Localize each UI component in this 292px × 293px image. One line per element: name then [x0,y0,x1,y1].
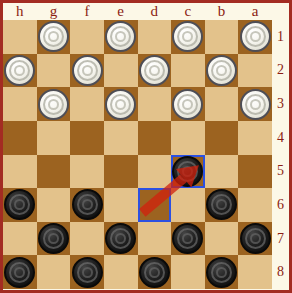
black-man-g7[interactable] [38,223,69,254]
rank-label-2: 2 [272,54,289,88]
rank-label-8: 8 [272,255,289,289]
file-label-d: d [138,3,172,20]
square-a2[interactable] [238,54,272,88]
black-man-f6[interactable] [72,189,103,220]
square-d2[interactable] [138,54,172,88]
square-d5[interactable] [138,155,172,189]
black-man-f8[interactable] [72,257,103,288]
file-labels: hgfedcba [3,3,272,20]
white-man-c3[interactable] [172,89,203,120]
rank-label-1: 1 [272,20,289,54]
square-b5[interactable] [205,155,239,189]
square-f3[interactable] [70,87,104,121]
square-c7[interactable] [171,222,205,256]
black-man-b6[interactable] [206,189,237,220]
square-d6[interactable] [138,188,172,222]
square-b1[interactable] [205,20,239,54]
square-f5[interactable] [70,155,104,189]
square-a3[interactable] [238,87,272,121]
square-h3[interactable] [3,87,37,121]
black-man-c5[interactable] [172,156,203,187]
white-man-b2[interactable] [206,55,237,86]
file-label-a: a [238,3,272,20]
black-man-h8[interactable] [4,257,35,288]
square-e7[interactable] [104,222,138,256]
square-d3[interactable] [138,87,172,121]
file-label-b: b [205,3,239,20]
rank-labels: 12345678 [272,20,289,289]
white-man-d2[interactable] [139,55,170,86]
square-g3[interactable] [37,87,71,121]
square-c8[interactable] [171,255,205,289]
square-h2[interactable] [3,54,37,88]
square-g7[interactable] [37,222,71,256]
square-a1[interactable] [238,20,272,54]
square-h8[interactable] [3,255,37,289]
square-a8[interactable] [238,255,272,289]
black-man-c7[interactable] [172,223,203,254]
checkers-board-frame: hgfedcba 12345678 [0,0,292,293]
square-e3[interactable] [104,87,138,121]
square-g8[interactable] [37,255,71,289]
square-g2[interactable] [37,54,71,88]
square-h7[interactable] [3,222,37,256]
square-c2[interactable] [171,54,205,88]
square-b6[interactable] [205,188,239,222]
black-man-e7[interactable] [105,223,136,254]
square-c5[interactable] [171,155,205,189]
file-label-e: e [104,3,138,20]
square-e6[interactable] [104,188,138,222]
rank-label-7: 7 [272,222,289,256]
square-c1[interactable] [171,20,205,54]
square-c3[interactable] [171,87,205,121]
black-man-d8[interactable] [139,257,170,288]
white-man-e1[interactable] [105,21,136,52]
white-man-a1[interactable] [240,21,271,52]
file-label-g: g [37,3,71,20]
checkers-board[interactable] [3,20,272,289]
square-h6[interactable] [3,188,37,222]
square-b2[interactable] [205,54,239,88]
square-g4[interactable] [37,121,71,155]
white-man-a3[interactable] [240,89,271,120]
square-h4[interactable] [3,121,37,155]
black-man-a7[interactable] [240,223,271,254]
square-h5[interactable] [3,155,37,189]
square-c4[interactable] [171,121,205,155]
square-d4[interactable] [138,121,172,155]
rank-label-3: 3 [272,87,289,121]
square-d7[interactable] [138,222,172,256]
square-g1[interactable] [37,20,71,54]
square-f7[interactable] [70,222,104,256]
square-e2[interactable] [104,54,138,88]
rank-label-5: 5 [272,155,289,189]
file-label-h: h [3,3,37,20]
square-h1[interactable] [3,20,37,54]
square-a7[interactable] [238,222,272,256]
square-e1[interactable] [104,20,138,54]
file-label-c: c [171,3,205,20]
white-man-g3[interactable] [38,89,69,120]
square-b3[interactable] [205,87,239,121]
square-f1[interactable] [70,20,104,54]
white-man-c1[interactable] [172,21,203,52]
square-b4[interactable] [205,121,239,155]
white-man-e3[interactable] [105,89,136,120]
square-b7[interactable] [205,222,239,256]
white-man-g1[interactable] [38,21,69,52]
rank-label-4: 4 [272,121,289,155]
square-b8[interactable] [205,255,239,289]
square-f4[interactable] [70,121,104,155]
square-d8[interactable] [138,255,172,289]
square-g6[interactable] [37,188,71,222]
rank-label-6: 6 [272,188,289,222]
square-e5[interactable] [104,155,138,189]
square-a5[interactable] [238,155,272,189]
square-f8[interactable] [70,255,104,289]
square-a4[interactable] [238,121,272,155]
square-f6[interactable] [70,188,104,222]
black-man-h6[interactable] [4,189,35,220]
square-f2[interactable] [70,54,104,88]
square-c6[interactable] [171,188,205,222]
square-g5[interactable] [37,155,71,189]
white-man-f2[interactable] [72,55,103,86]
white-man-h2[interactable] [4,55,35,86]
square-e8[interactable] [104,255,138,289]
black-man-b8[interactable] [206,257,237,288]
square-e4[interactable] [104,121,138,155]
square-a6[interactable] [238,188,272,222]
file-label-f: f [70,3,104,20]
square-d1[interactable] [138,20,172,54]
